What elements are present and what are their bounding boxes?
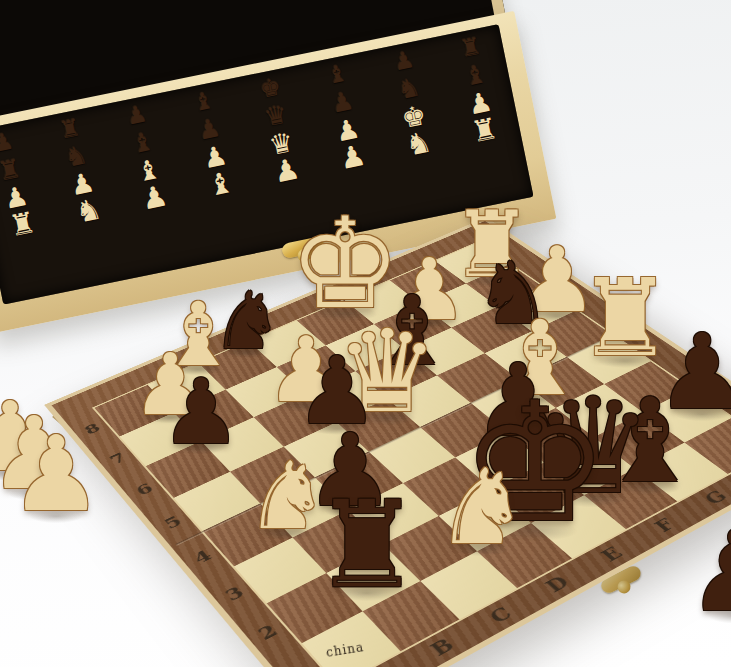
tray-piece: ♟: [337, 141, 368, 175]
tray-piece: ♞: [73, 194, 104, 228]
tray-piece: ♝: [325, 62, 350, 89]
rank-label-6: 6: [132, 479, 157, 498]
cropped-dark-piece: ♟: [687, 515, 731, 627]
tray-piece: ♝: [191, 89, 216, 116]
tray-piece: ♚: [258, 75, 283, 102]
tray-piece: ♟: [271, 154, 302, 188]
file-label-d: D: [540, 571, 574, 595]
tray-piece: ♜: [7, 208, 38, 242]
file-label-b: B: [425, 634, 459, 660]
tray-piece: ♟: [0, 130, 15, 157]
file-label-c: C: [484, 602, 517, 627]
tray-piece: ♟: [124, 102, 149, 129]
loose-pawn-3: ♟: [9, 422, 102, 526]
piece-white-knight-c1: ♞: [435, 455, 528, 559]
tray-piece: ♜: [458, 34, 483, 61]
rank-label-1: 1: [288, 660, 318, 667]
rank-label-2: 2: [253, 620, 282, 644]
piece-black-pawn-a6: ♟: [161, 367, 242, 457]
piece-black-rook-a1: ♜: [313, 485, 421, 605]
rank-label-7: 7: [105, 449, 129, 467]
file-label-g: G: [699, 486, 731, 508]
scene: ♟♜♟♝♚♝♟♜♜♞♝♟♛♟♞♝♟♟♝♟♛♟♚♟♜♞♟♝♟♟♞♜ 8765432…: [0, 0, 731, 667]
tray-piece: ♟: [391, 48, 416, 75]
tray-piece: ♜: [469, 114, 500, 148]
tray-piece: ♜: [57, 116, 82, 143]
rank-label-4: 4: [189, 546, 215, 567]
tray-piece: ♞: [403, 127, 434, 161]
tray-piece: ♟: [139, 181, 170, 215]
rank-label-3: 3: [220, 582, 248, 604]
rank-label-5: 5: [160, 512, 186, 532]
file-label-f: F: [649, 514, 680, 535]
tray-piece: ♝: [205, 168, 236, 202]
